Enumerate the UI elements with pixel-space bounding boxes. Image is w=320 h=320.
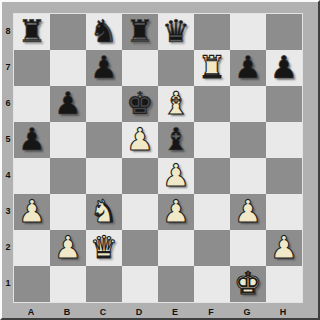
rank-label-1: 1 xyxy=(3,265,13,301)
square-d2[interactable] xyxy=(122,230,158,266)
square-g4[interactable] xyxy=(230,158,266,194)
white-bishop-e6[interactable]: ♝ xyxy=(162,88,190,119)
square-b1[interactable] xyxy=(50,266,86,302)
square-d4[interactable] xyxy=(122,158,158,194)
white-pawn-h2[interactable]: ♟ xyxy=(270,232,298,263)
square-a7[interactable] xyxy=(14,50,50,86)
white-rook-f7[interactable]: ♜ xyxy=(198,52,226,83)
square-c6[interactable] xyxy=(86,86,122,122)
file-label-e: E xyxy=(157,303,193,320)
square-f4[interactable] xyxy=(194,158,230,194)
square-c8[interactable]: ♞ xyxy=(86,14,122,50)
white-pawn-e4[interactable]: ♟ xyxy=(162,160,190,191)
rank-label-8: 8 xyxy=(3,13,13,49)
white-pawn-d5[interactable]: ♟ xyxy=(126,124,154,155)
square-g7[interactable]: ♟ xyxy=(230,50,266,86)
square-f1[interactable] xyxy=(194,266,230,302)
square-b6[interactable]: ♟ xyxy=(50,86,86,122)
rank-label-7: 7 xyxy=(3,49,13,85)
file-label-c: C xyxy=(85,303,121,320)
file-label-a: A xyxy=(13,303,49,320)
black-rook-d8[interactable]: ♜ xyxy=(126,16,154,47)
file-label-d: D xyxy=(121,303,157,320)
square-a2[interactable] xyxy=(14,230,50,266)
black-rook-a8[interactable]: ♜ xyxy=(18,16,46,47)
rank-label-2: 2 xyxy=(3,229,13,265)
square-b8[interactable] xyxy=(50,14,86,50)
square-e8[interactable]: ♛ xyxy=(158,14,194,50)
square-a3[interactable]: ♟ xyxy=(14,194,50,230)
black-pawn-g7[interactable]: ♟ xyxy=(234,52,262,83)
black-pawn-b6[interactable]: ♟ xyxy=(54,88,82,119)
square-f6[interactable] xyxy=(194,86,230,122)
square-e5[interactable]: ♝ xyxy=(158,122,194,158)
file-label-b: B xyxy=(49,303,85,320)
square-c5[interactable] xyxy=(86,122,122,158)
square-h5[interactable] xyxy=(266,122,302,158)
black-bishop-e5[interactable]: ♝ xyxy=(162,124,190,155)
square-g1[interactable]: ♚ xyxy=(230,266,266,302)
rank-label-5: 5 xyxy=(3,121,13,157)
square-a5[interactable]: ♟ xyxy=(14,122,50,158)
square-b4[interactable] xyxy=(50,158,86,194)
white-pawn-g3[interactable]: ♟ xyxy=(234,196,262,227)
file-label-g: G xyxy=(229,303,265,320)
square-e4[interactable]: ♟ xyxy=(158,158,194,194)
white-pawn-a3[interactable]: ♟ xyxy=(18,196,46,227)
chess-board-frame: ♜♞♜♛♟♜♟♟♟♚♝♟♟♝♟♟♞♟♟♟♛♟♚ 87654321 ABCDEFG… xyxy=(0,0,320,320)
square-g6[interactable] xyxy=(230,86,266,122)
square-d8[interactable]: ♜ xyxy=(122,14,158,50)
square-h7[interactable]: ♟ xyxy=(266,50,302,86)
black-pawn-h7[interactable]: ♟ xyxy=(270,52,298,83)
square-d7[interactable] xyxy=(122,50,158,86)
square-e6[interactable]: ♝ xyxy=(158,86,194,122)
square-e1[interactable] xyxy=(158,266,194,302)
square-f5[interactable] xyxy=(194,122,230,158)
rank-label-6: 6 xyxy=(3,85,13,121)
square-a6[interactable] xyxy=(14,86,50,122)
white-knight-c3[interactable]: ♞ xyxy=(90,196,118,227)
file-label-h: H xyxy=(265,303,301,320)
square-d5[interactable]: ♟ xyxy=(122,122,158,158)
square-d6[interactable]: ♚ xyxy=(122,86,158,122)
square-g3[interactable]: ♟ xyxy=(230,194,266,230)
white-king-g1[interactable]: ♚ xyxy=(234,268,262,299)
square-g5[interactable] xyxy=(230,122,266,158)
square-h6[interactable] xyxy=(266,86,302,122)
file-label-f: F xyxy=(193,303,229,320)
square-b3[interactable] xyxy=(50,194,86,230)
square-b7[interactable] xyxy=(50,50,86,86)
square-f3[interactable] xyxy=(194,194,230,230)
square-b2[interactable]: ♟ xyxy=(50,230,86,266)
square-d1[interactable] xyxy=(122,266,158,302)
black-king-d6[interactable]: ♚ xyxy=(126,88,154,119)
square-c4[interactable] xyxy=(86,158,122,194)
square-c2[interactable]: ♛ xyxy=(86,230,122,266)
rank-label-4: 4 xyxy=(3,157,13,193)
square-f8[interactable] xyxy=(194,14,230,50)
white-pawn-b2[interactable]: ♟ xyxy=(54,232,82,263)
square-h2[interactable]: ♟ xyxy=(266,230,302,266)
black-queen-e8[interactable]: ♛ xyxy=(162,16,190,47)
chess-board: ♜♞♜♛♟♜♟♟♟♚♝♟♟♝♟♟♞♟♟♟♛♟♚ xyxy=(13,13,303,303)
square-g8[interactable] xyxy=(230,14,266,50)
square-h4[interactable] xyxy=(266,158,302,194)
black-pawn-c7[interactable]: ♟ xyxy=(90,52,118,83)
square-c1[interactable] xyxy=(86,266,122,302)
square-c3[interactable]: ♞ xyxy=(86,194,122,230)
white-queen-c2[interactable]: ♛ xyxy=(90,232,118,263)
square-f2[interactable] xyxy=(194,230,230,266)
square-e2[interactable] xyxy=(158,230,194,266)
square-b5[interactable] xyxy=(50,122,86,158)
square-a1[interactable] xyxy=(14,266,50,302)
square-d3[interactable] xyxy=(122,194,158,230)
square-h8[interactable] xyxy=(266,14,302,50)
square-e3[interactable]: ♟ xyxy=(158,194,194,230)
square-g2[interactable] xyxy=(230,230,266,266)
square-a8[interactable]: ♜ xyxy=(14,14,50,50)
square-h1[interactable] xyxy=(266,266,302,302)
white-pawn-e3[interactable]: ♟ xyxy=(162,196,190,227)
square-e7[interactable] xyxy=(158,50,194,86)
black-pawn-a5[interactable]: ♟ xyxy=(18,124,46,155)
square-c7[interactable]: ♟ xyxy=(86,50,122,86)
square-f7[interactable]: ♜ xyxy=(194,50,230,86)
square-h3[interactable] xyxy=(266,194,302,230)
rank-label-3: 3 xyxy=(3,193,13,229)
square-a4[interactable] xyxy=(14,158,50,194)
black-knight-c8[interactable]: ♞ xyxy=(90,16,118,47)
